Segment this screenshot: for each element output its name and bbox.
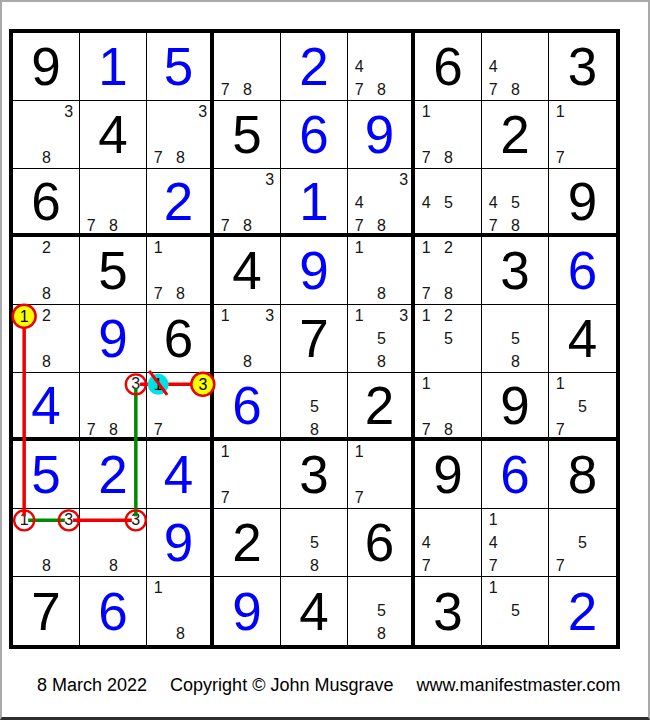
cell-r1c1[interactable]: 9 xyxy=(13,33,80,101)
cell-r1c9[interactable]: 3 xyxy=(549,33,616,101)
candidate-digit: 7 xyxy=(415,282,437,305)
candidate-digit: 8 xyxy=(169,622,191,645)
cell-r6c1[interactable]: 4 xyxy=(13,373,80,441)
given-digit: 4 xyxy=(214,237,280,304)
candidate-digit: 1 xyxy=(482,577,504,600)
candidate-digit: 5 xyxy=(571,396,593,419)
candidate-digit: 7 xyxy=(80,214,102,237)
cell-r1c7[interactable]: 6 xyxy=(415,33,482,101)
cell-r3c1[interactable]: 6 xyxy=(13,169,80,237)
candidate-digit: 4 xyxy=(482,532,504,555)
candidate-digit: 8 xyxy=(35,282,57,305)
cell-r5c1[interactable]: 128 xyxy=(13,305,80,373)
cell-r8c4[interactable]: 2 xyxy=(214,509,281,577)
candidate-digit: 5 xyxy=(303,532,325,555)
cell-r2c6[interactable]: 9 xyxy=(348,101,415,169)
cell-r1c6[interactable]: 478 xyxy=(348,33,415,101)
cell-r6c6[interactable]: 2 xyxy=(348,373,415,441)
candidate-digit: 7 xyxy=(549,146,571,169)
candidate-digit: 3 xyxy=(393,305,415,328)
candidate-digit: 2 xyxy=(35,237,57,260)
given-digit: 3 xyxy=(482,237,548,304)
candidate-digit: 5 xyxy=(370,600,392,623)
given-digit: 6 xyxy=(415,33,481,100)
candidate-digit: 4 xyxy=(348,56,370,79)
cell-r3c9[interactable]: 9 xyxy=(549,169,616,237)
candidate-digit: 8 xyxy=(303,418,325,441)
candidate-digit: 8 xyxy=(437,418,459,441)
candidate-digit: 8 xyxy=(35,146,57,169)
given-digit: 4 xyxy=(281,577,347,645)
candidate-digit: 5 xyxy=(504,328,526,351)
cell-r6c9[interactable]: 157 xyxy=(549,373,616,441)
candidate-digit: 7 xyxy=(348,78,370,101)
cell-r5c9[interactable]: 4 xyxy=(549,305,616,373)
candidate-digit: 2 xyxy=(35,305,57,328)
cell-r6c3[interactable]: 137 xyxy=(147,373,214,441)
cell-r3c4[interactable]: 378 xyxy=(214,169,281,237)
candidate-digit: 5 xyxy=(504,600,526,623)
cell-r8c7[interactable]: 47 xyxy=(415,509,482,577)
candidate-digit: 1 xyxy=(214,441,236,464)
cell-r6c2[interactable]: 378 xyxy=(80,373,147,441)
candidate-digit: 5 xyxy=(370,328,392,351)
cell-r3c5[interactable]: 1 xyxy=(281,169,348,237)
candidate-digit: 8 xyxy=(370,350,392,373)
candidate-digit: 1 xyxy=(13,509,35,532)
solved-digit: 6 xyxy=(80,577,146,645)
candidate-digit: 2 xyxy=(437,305,459,328)
given-digit: 9 xyxy=(549,169,616,233)
given-digit: 2 xyxy=(348,373,411,437)
candidate-digit: 1 xyxy=(348,237,370,260)
cell-r1c2[interactable]: 1 xyxy=(80,33,147,101)
given-digit: 9 xyxy=(415,441,481,508)
given-digit: 8 xyxy=(549,441,616,508)
candidate-digit: 5 xyxy=(571,532,593,555)
cell-r5c5[interactable]: 7 xyxy=(281,305,348,373)
cell-r4c1[interactable]: 28 xyxy=(13,237,80,305)
cell-r2c8[interactable]: 2 xyxy=(482,101,549,169)
candidate-digit: 8 xyxy=(236,214,258,237)
candidate-digit: 8 xyxy=(370,622,392,645)
cell-r4c2[interactable]: 5 xyxy=(80,237,147,305)
cell-r9c4[interactable]: 9 xyxy=(214,577,281,645)
candidate-digit: 8 xyxy=(504,350,526,373)
candidate-digit: 1 xyxy=(415,305,437,328)
candidate-digit: 8 xyxy=(35,350,57,373)
candidate-digit: 7 xyxy=(214,78,236,101)
solved-digit: 4 xyxy=(147,441,210,508)
cell-r8c1[interactable]: 138 xyxy=(13,509,80,577)
cell-r5c8[interactable]: 58 xyxy=(482,305,549,373)
solved-digit: 9 xyxy=(147,509,210,576)
candidate-digit: 7 xyxy=(80,418,102,441)
candidate-digit: 7 xyxy=(415,146,437,169)
candidate-digit: 7 xyxy=(549,554,571,577)
candidate-digit: 4 xyxy=(482,56,504,79)
candidate-digit: 8 xyxy=(370,282,392,305)
candidate-digit: 8 xyxy=(437,282,459,305)
solved-digit: 9 xyxy=(281,237,347,304)
solved-digit: 4 xyxy=(13,373,79,437)
cell-r8c6[interactable]: 6 xyxy=(348,509,415,577)
candidate-digit: 4 xyxy=(415,532,437,555)
candidate-digit: 7 xyxy=(415,554,437,577)
solved-digit: 5 xyxy=(147,33,210,100)
cell-r9c7[interactable]: 3 xyxy=(415,577,482,645)
candidate-digit: 8 xyxy=(437,146,459,169)
cell-r9c1[interactable]: 7 xyxy=(13,577,80,645)
cell-r7c7[interactable]: 9 xyxy=(415,441,482,509)
candidate-digit: 1 xyxy=(147,237,169,260)
candidate-digit: 8 xyxy=(504,78,526,101)
cell-r9c5[interactable]: 4 xyxy=(281,577,348,645)
cell-r9c8[interactable]: 15 xyxy=(482,577,549,645)
candidate-digit: 7 xyxy=(348,214,370,237)
candidate-digit: 8 xyxy=(35,554,57,577)
cell-r2c5[interactable]: 6 xyxy=(281,101,348,169)
cell-r9c3[interactable]: 18 xyxy=(147,577,214,645)
candidate-digit: 3 xyxy=(58,509,80,532)
given-digit: 7 xyxy=(13,577,79,645)
candidate-digit: 8 xyxy=(236,350,258,373)
solved-digit: 9 xyxy=(348,101,411,168)
candidate-digit: 7 xyxy=(214,214,236,237)
candidate-digit: 8 xyxy=(504,214,526,237)
given-digit: 9 xyxy=(13,33,79,100)
cell-r7c8[interactable]: 6 xyxy=(482,441,549,509)
cell-r3c7[interactable]: 45 xyxy=(415,169,482,237)
candidate-digit: 1 xyxy=(147,577,169,600)
cell-r2c2[interactable]: 4 xyxy=(80,101,147,169)
solved-digit: 2 xyxy=(80,441,146,508)
cell-r5c2[interactable]: 9 xyxy=(80,305,147,373)
cell-r1c3[interactable]: 5 xyxy=(147,33,214,101)
cell-r4c5[interactable]: 9 xyxy=(281,237,348,305)
candidate-digit: 8 xyxy=(370,214,392,237)
cell-r6c7[interactable]: 178 xyxy=(415,373,482,441)
footer: 8 March 2022 Copyright © John Musgrave w… xyxy=(37,675,621,696)
cell-r8c3[interactable]: 9 xyxy=(147,509,214,577)
cell-r5c6[interactable]: 1358 xyxy=(348,305,415,373)
cell-r3c8[interactable]: 4578 xyxy=(482,169,549,237)
candidate-digit: 1 xyxy=(348,305,370,328)
cell-r6c4[interactable]: 6 xyxy=(214,373,281,441)
given-digit: 5 xyxy=(214,101,280,168)
solved-digit: 9 xyxy=(214,577,280,645)
given-digit: 4 xyxy=(549,305,616,372)
candidate-digit: 8 xyxy=(169,282,191,305)
candidate-digit: 1 xyxy=(415,237,437,260)
solved-digit: 2 xyxy=(549,577,616,645)
solved-digit: 9 xyxy=(80,305,146,372)
candidate-digit: 7 xyxy=(482,214,504,237)
given-digit: 3 xyxy=(549,33,616,100)
cell-r4c8[interactable]: 3 xyxy=(482,237,549,305)
cell-r4c9[interactable]: 6 xyxy=(549,237,616,305)
cell-r5c7[interactable]: 125 xyxy=(415,305,482,373)
candidate-digit: 1 xyxy=(482,509,504,532)
cell-r7c1[interactable]: 5 xyxy=(13,441,80,509)
cell-r1c5[interactable]: 2 xyxy=(281,33,348,101)
candidate-digit: 4 xyxy=(482,192,504,215)
candidate-digit: 4 xyxy=(348,192,370,215)
candidate-digit: 3 xyxy=(192,373,214,396)
cell-r6c5[interactable]: 58 xyxy=(281,373,348,441)
given-digit: 6 xyxy=(147,305,210,372)
footer-copyright: Copyright © John Musgrave xyxy=(170,675,393,695)
candidate-digit: 5 xyxy=(504,192,526,215)
footer-date: 8 March 2022 xyxy=(37,675,147,695)
cell-r5c4[interactable]: 138 xyxy=(214,305,281,373)
cell-r3c3[interactable]: 2 xyxy=(147,169,214,237)
candidate-digit: 7 xyxy=(415,418,437,441)
given-digit: 9 xyxy=(482,373,548,437)
candidate-digit: 5 xyxy=(303,396,325,419)
cell-r2c9[interactable]: 17 xyxy=(549,101,616,169)
candidate-digit: 7 xyxy=(147,418,169,441)
candidate-digit: 8 xyxy=(303,554,325,577)
cell-r2c4[interactable]: 5 xyxy=(214,101,281,169)
candidate-digit: 8 xyxy=(169,146,191,169)
cell-r7c3[interactable]: 4 xyxy=(147,441,214,509)
cell-r7c6[interactable]: 17 xyxy=(348,441,415,509)
cell-r8c2[interactable]: 38 xyxy=(80,509,147,577)
cell-r4c4[interactable]: 4 xyxy=(214,237,281,305)
candidate-digit: 7 xyxy=(549,418,571,441)
candidate-digit: 4 xyxy=(415,192,437,215)
candidate-digit: 3 xyxy=(192,101,214,124)
cell-r8c8[interactable]: 147 xyxy=(482,509,549,577)
given-digit: 3 xyxy=(415,577,481,645)
cell-r4c6[interactable]: 18 xyxy=(348,237,415,305)
candidate-digit: 3 xyxy=(393,169,415,192)
candidate-digit: 1 xyxy=(415,101,437,124)
cell-r7c2[interactable]: 2 xyxy=(80,441,147,509)
cell-r9c6[interactable]: 58 xyxy=(348,577,415,645)
candidate-digit: 1 xyxy=(13,305,35,328)
candidate-digit: 7 xyxy=(348,486,370,509)
given-digit: 5 xyxy=(80,237,146,304)
candidate-digit: 3 xyxy=(58,101,80,124)
given-digit: 7 xyxy=(281,305,347,372)
cell-r8c9[interactable]: 57 xyxy=(549,509,616,577)
candidate-digit: 3 xyxy=(125,509,147,532)
candidate-digit: 1 xyxy=(549,373,571,396)
solved-digit: 6 xyxy=(482,441,548,508)
candidate-digit: 1 xyxy=(415,373,437,396)
candidate-digit: 1 xyxy=(549,101,571,124)
candidate-digit: 8 xyxy=(102,214,124,237)
given-digit: 6 xyxy=(13,169,79,233)
candidate-digit: 7 xyxy=(147,282,169,305)
cell-r1c4[interactable]: 78 xyxy=(214,33,281,101)
solved-digit: 1 xyxy=(80,33,146,100)
candidate-digit: 8 xyxy=(370,78,392,101)
cell-r2c7[interactable]: 178 xyxy=(415,101,482,169)
candidate-digit: 3 xyxy=(259,169,281,192)
cell-r6c8[interactable]: 9 xyxy=(482,373,549,441)
cell-r7c5[interactable]: 3 xyxy=(281,441,348,509)
candidate-digit: 3 xyxy=(259,305,281,328)
cell-r1c8[interactable]: 478 xyxy=(482,33,549,101)
given-digit: 3 xyxy=(281,441,347,508)
candidate-digit: 1 xyxy=(147,373,169,396)
cell-r3c6[interactable]: 3478 xyxy=(348,169,415,237)
footer-website: www.manifestmaster.com xyxy=(416,675,620,695)
given-digit: 6 xyxy=(348,509,411,576)
cell-r3c2[interactable]: 78 xyxy=(80,169,147,237)
cell-r5c3[interactable]: 6 xyxy=(147,305,214,373)
cell-r9c2[interactable]: 6 xyxy=(80,577,147,645)
solved-digit: 6 xyxy=(214,373,280,437)
solved-digit: 5 xyxy=(13,441,79,508)
candidate-digit: 8 xyxy=(102,554,124,577)
cell-r9c9[interactable]: 2 xyxy=(549,577,616,645)
cell-r7c4[interactable]: 17 xyxy=(214,441,281,509)
candidate-digit: 1 xyxy=(348,441,370,464)
cell-r4c3[interactable]: 178 xyxy=(147,237,214,305)
solved-digit: 1 xyxy=(281,169,347,233)
given-digit: 2 xyxy=(482,101,548,168)
candidate-digit: 7 xyxy=(147,146,169,169)
candidate-digit: 8 xyxy=(236,78,258,101)
candidate-digit: 2 xyxy=(437,237,459,260)
sudoku-board: 9157824786478338437856917821767823781347… xyxy=(9,29,620,649)
cell-r2c3[interactable]: 378 xyxy=(147,101,214,169)
given-digit: 2 xyxy=(214,509,280,576)
candidate-digit: 7 xyxy=(214,486,236,509)
solved-digit: 6 xyxy=(549,237,616,304)
candidate-digit: 8 xyxy=(102,418,124,441)
solved-digit: 6 xyxy=(281,101,347,168)
cell-r8c5[interactable]: 58 xyxy=(281,509,348,577)
solved-digit: 2 xyxy=(281,33,347,100)
candidate-digit: 5 xyxy=(437,328,459,351)
cell-r4c7[interactable]: 1278 xyxy=(415,237,482,305)
cell-r2c1[interactable]: 38 xyxy=(13,101,80,169)
cell-r7c9[interactable]: 8 xyxy=(549,441,616,509)
candidate-digit: 1 xyxy=(214,305,236,328)
candidate-digit: 7 xyxy=(482,78,504,101)
candidate-digit: 5 xyxy=(437,192,459,215)
candidate-digit: 3 xyxy=(125,373,147,396)
solved-digit: 2 xyxy=(147,169,210,233)
candidate-digit: 7 xyxy=(482,554,504,577)
given-digit: 4 xyxy=(80,101,146,168)
